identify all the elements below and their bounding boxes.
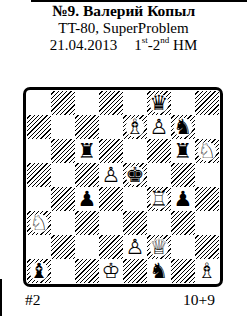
- square-c7: [75, 115, 99, 139]
- square-d1: ♔: [99, 259, 123, 283]
- piece-wr-f4: ♖: [150, 187, 169, 211]
- square-h2: [195, 235, 219, 259]
- square-f5: [147, 163, 171, 187]
- square-a6: [27, 139, 51, 163]
- square-c3: [75, 211, 99, 235]
- square-c1: [75, 259, 99, 283]
- square-h4: [195, 187, 219, 211]
- square-e5: ♚: [123, 163, 147, 187]
- square-d4: [99, 187, 123, 211]
- square-a7: [27, 115, 51, 139]
- piece-br-c6: ♜: [78, 139, 97, 163]
- square-e7: ♗: [123, 115, 147, 139]
- square-b4: [51, 187, 75, 211]
- square-d3: [99, 211, 123, 235]
- square-f1: ♞: [147, 259, 171, 283]
- square-b3: [51, 211, 75, 235]
- square-e8: [123, 91, 147, 115]
- piece-wn-h6: ♘: [198, 139, 217, 163]
- square-a3: ♘: [27, 211, 51, 235]
- square-g7: ♞: [171, 115, 195, 139]
- square-g2: [171, 235, 195, 259]
- square-f6: [147, 139, 171, 163]
- square-e6: [123, 139, 147, 163]
- piece-wp-d5: ♙: [102, 163, 121, 187]
- square-h5: [195, 163, 219, 187]
- square-f4: ♖: [147, 187, 171, 211]
- square-h1: ♗: [195, 259, 219, 283]
- piece-wp-e2: ♙: [126, 235, 145, 259]
- square-c4: ♟: [75, 187, 99, 211]
- square-f3: [147, 211, 171, 235]
- square-d8: [99, 91, 123, 115]
- square-b8: [51, 91, 75, 115]
- square-d7: [99, 115, 123, 139]
- stipulation-mate-in-2: #2: [25, 291, 41, 308]
- square-d6: [99, 139, 123, 163]
- square-b6: [51, 139, 75, 163]
- square-g4: ♟: [171, 187, 195, 211]
- square-e4: [123, 187, 147, 211]
- piece-bp-g4: ♟: [174, 187, 193, 211]
- piece-bp-c4: ♟: [78, 187, 97, 211]
- piece-wb-e7: ♗: [126, 115, 145, 139]
- piece-bk-e5: ♚: [126, 163, 145, 187]
- square-b5: [51, 163, 75, 187]
- square-b1: [51, 259, 75, 283]
- piece-bb-a1: ♝: [30, 259, 49, 283]
- square-c6: ♜: [75, 139, 99, 163]
- square-a8: [27, 91, 51, 115]
- square-f8: ♛: [147, 91, 171, 115]
- square-g8: [171, 91, 195, 115]
- square-e3: [123, 211, 147, 235]
- material-count: 10+9: [183, 291, 215, 308]
- square-h8: [195, 91, 219, 115]
- square-b2: [51, 235, 75, 259]
- square-g1: [171, 259, 195, 283]
- problem-date: 21.04.2013: [50, 37, 118, 53]
- piece-bn-f1: ♞: [150, 259, 169, 283]
- square-b7: [51, 115, 75, 139]
- piece-bn-g7: ♞: [174, 115, 193, 139]
- board-grid: ♛♗♙♞♜♜♘♙♚♟♖♟♘♙♕♝♔♞♗: [27, 91, 219, 283]
- piece-wk-d1: ♔: [102, 259, 121, 283]
- square-e2: ♙: [123, 235, 147, 259]
- diagram-caption: #2 10+9: [25, 291, 215, 308]
- square-g5: [171, 163, 195, 187]
- award-text: 1st-2nd HM: [134, 37, 197, 53]
- date-and-award: 21.04.20131st-2nd HM: [0, 37, 247, 54]
- square-h6: ♘: [195, 139, 219, 163]
- piece-wb-h1: ♗: [198, 259, 217, 283]
- piece-bq-f8: ♛: [150, 91, 169, 115]
- square-c2: [75, 235, 99, 259]
- square-g3: [171, 211, 195, 235]
- piece-wq-f2: ♕: [150, 235, 169, 259]
- square-f7: ♙: [147, 115, 171, 139]
- chess-board: ♛♗♙♞♜♜♘♙♚♟♖♟♘♙♕♝♔♞♗: [23, 87, 223, 287]
- problem-title: №9. Валерий Копыл: [0, 1, 247, 20]
- tournament-name: TT-80, SuperProblem: [0, 20, 247, 37]
- left-border-rule: [0, 279, 2, 316]
- piece-br-g6: ♜: [174, 139, 193, 163]
- square-g6: ♜: [171, 139, 195, 163]
- diagram-header: №9. Валерий Копыл TT-80, SuperProblem 21…: [0, 1, 247, 54]
- square-d2: [99, 235, 123, 259]
- square-a4: [27, 187, 51, 211]
- piece-wp-f7: ♙: [150, 115, 169, 139]
- square-e1: [123, 259, 147, 283]
- square-c5: [75, 163, 99, 187]
- square-a2: [27, 235, 51, 259]
- square-f2: ♕: [147, 235, 171, 259]
- square-a1: ♝: [27, 259, 51, 283]
- square-c8: [75, 91, 99, 115]
- square-h3: [195, 211, 219, 235]
- square-d5: ♙: [99, 163, 123, 187]
- square-h7: [195, 115, 219, 139]
- square-a5: [27, 163, 51, 187]
- piece-wn-a3: ♘: [30, 211, 49, 235]
